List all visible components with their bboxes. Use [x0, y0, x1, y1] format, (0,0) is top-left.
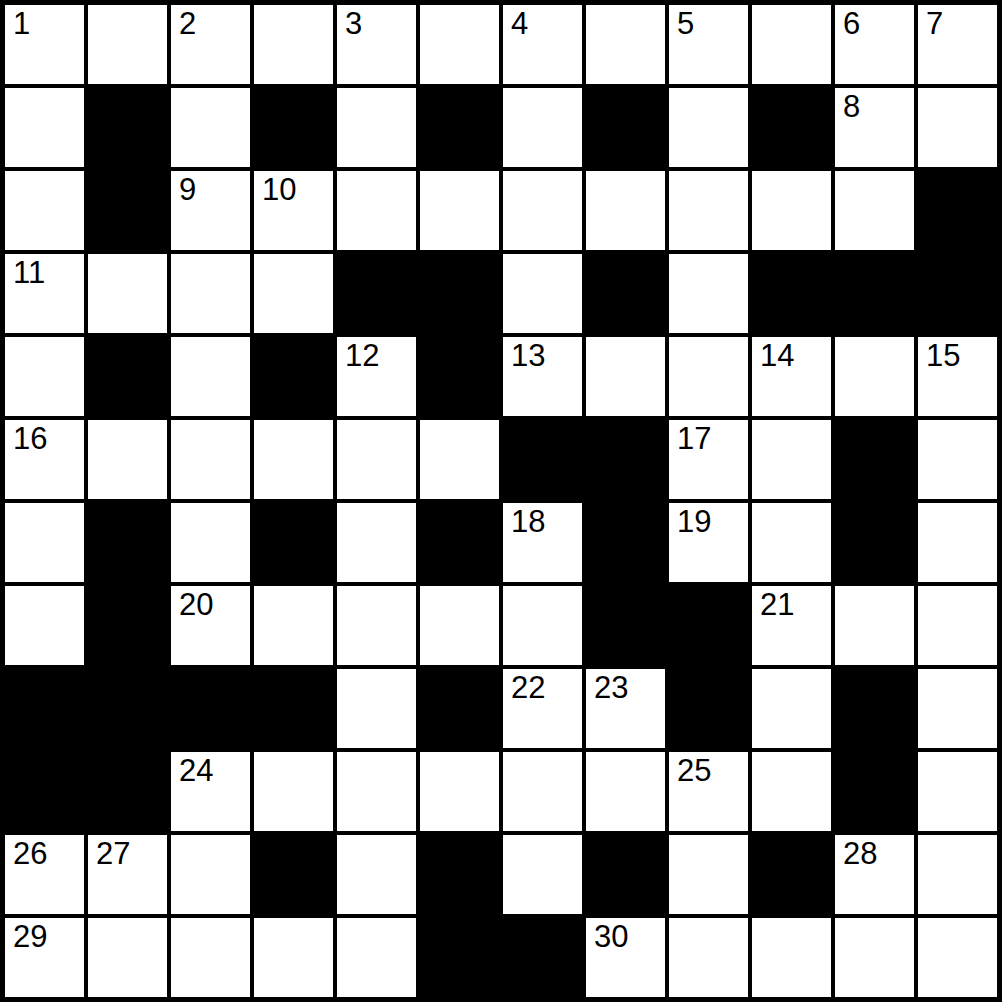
white-cell[interactable]	[5, 503, 84, 582]
white-cell[interactable]	[254, 752, 333, 831]
white-cell[interactable]: 22	[503, 669, 582, 748]
black-cell	[503, 420, 582, 499]
clue-number: 4	[511, 8, 528, 41]
black-cell	[420, 835, 499, 914]
white-cell[interactable]: 29	[5, 918, 84, 997]
white-cell[interactable]	[254, 586, 333, 665]
clue-number: 20	[179, 589, 213, 622]
black-cell	[752, 254, 831, 333]
white-cell[interactable]	[337, 835, 416, 914]
clue-number: 27	[96, 838, 130, 871]
white-cell[interactable]: 3	[337, 5, 416, 84]
black-cell	[586, 254, 665, 333]
white-cell[interactable]: 16	[5, 420, 84, 499]
black-cell	[254, 88, 333, 167]
clue-number: 10	[262, 174, 296, 207]
clue-number: 29	[13, 921, 47, 954]
black-cell	[5, 752, 84, 831]
white-cell[interactable]	[337, 669, 416, 748]
black-cell	[835, 254, 914, 333]
white-cell[interactable]	[420, 752, 499, 831]
white-cell[interactable]	[918, 503, 997, 582]
white-cell[interactable]	[171, 918, 250, 997]
black-cell	[88, 752, 167, 831]
white-cell[interactable]: 24	[171, 752, 250, 831]
black-cell	[835, 420, 914, 499]
white-cell[interactable]	[88, 420, 167, 499]
white-cell[interactable]: 4	[503, 5, 582, 84]
white-cell[interactable]: 8	[835, 88, 914, 167]
black-cell	[586, 835, 665, 914]
white-cell[interactable]: 26	[5, 835, 84, 914]
black-cell	[586, 88, 665, 167]
black-cell	[503, 918, 582, 997]
white-cell[interactable]	[503, 88, 582, 167]
white-cell[interactable]	[88, 5, 167, 84]
white-cell[interactable]	[752, 918, 831, 997]
white-cell[interactable]	[254, 254, 333, 333]
white-cell[interactable]	[669, 835, 748, 914]
white-cell[interactable]	[5, 586, 84, 665]
white-cell[interactable]: 17	[669, 420, 748, 499]
black-cell	[88, 669, 167, 748]
clue-number: 18	[511, 506, 545, 539]
black-cell	[420, 669, 499, 748]
white-cell[interactable]	[171, 835, 250, 914]
white-cell[interactable]	[5, 171, 84, 250]
black-cell	[835, 752, 914, 831]
white-cell[interactable]	[503, 171, 582, 250]
black-cell	[586, 503, 665, 582]
white-cell[interactable]	[5, 88, 84, 167]
clue-number: 24	[179, 755, 213, 788]
black-cell	[669, 669, 748, 748]
clue-number: 13	[511, 340, 545, 373]
black-cell	[420, 503, 499, 582]
white-cell[interactable]	[918, 88, 997, 167]
white-cell[interactable]	[752, 669, 831, 748]
clue-number: 21	[760, 589, 794, 622]
white-cell[interactable]	[254, 918, 333, 997]
white-cell[interactable]	[503, 586, 582, 665]
black-cell	[420, 88, 499, 167]
white-cell[interactable]: 15	[918, 337, 997, 416]
clue-number: 9	[179, 174, 196, 207]
white-cell[interactable]: 21	[752, 586, 831, 665]
black-cell	[420, 337, 499, 416]
white-cell[interactable]	[503, 752, 582, 831]
white-cell[interactable]: 19	[669, 503, 748, 582]
white-cell[interactable]	[835, 918, 914, 997]
white-cell[interactable]	[669, 171, 748, 250]
white-cell[interactable]: 25	[669, 752, 748, 831]
white-cell[interactable]	[503, 835, 582, 914]
clue-number: 5	[677, 8, 694, 41]
clue-number: 15	[926, 340, 960, 373]
white-cell[interactable]: 5	[669, 5, 748, 84]
white-cell[interactable]	[503, 254, 582, 333]
black-cell	[254, 835, 333, 914]
white-cell[interactable]	[171, 254, 250, 333]
white-cell[interactable]	[88, 254, 167, 333]
black-cell	[88, 337, 167, 416]
clue-number: 12	[345, 340, 379, 373]
black-cell	[420, 254, 499, 333]
white-cell[interactable]	[337, 503, 416, 582]
black-cell	[752, 88, 831, 167]
white-cell[interactable]: 2	[171, 5, 250, 84]
white-cell[interactable]: 7	[918, 5, 997, 84]
white-cell[interactable]	[337, 88, 416, 167]
clue-number: 23	[594, 672, 628, 705]
white-cell[interactable]	[88, 918, 167, 997]
black-cell	[88, 503, 167, 582]
white-cell[interactable]: 18	[503, 503, 582, 582]
black-cell	[918, 254, 997, 333]
white-cell[interactable]	[752, 5, 831, 84]
black-cell	[337, 254, 416, 333]
white-cell[interactable]	[752, 503, 831, 582]
clue-number: 14	[760, 340, 794, 373]
clue-number: 17	[677, 423, 711, 456]
crossword-board: 1234567891011121314151617181920212223242…	[0, 0, 1002, 1002]
white-cell[interactable]	[918, 918, 997, 997]
clue-number: 2	[179, 8, 196, 41]
white-cell[interactable]	[669, 918, 748, 997]
white-cell[interactable]: 23	[586, 669, 665, 748]
black-cell	[5, 669, 84, 748]
white-cell[interactable]	[337, 171, 416, 250]
white-cell[interactable]	[254, 5, 333, 84]
white-cell[interactable]	[337, 752, 416, 831]
white-cell[interactable]: 27	[88, 835, 167, 914]
black-cell	[669, 586, 748, 665]
black-cell	[88, 171, 167, 250]
black-cell	[835, 503, 914, 582]
white-cell[interactable]	[586, 171, 665, 250]
white-cell[interactable]: 6	[835, 5, 914, 84]
white-cell[interactable]: 9	[171, 171, 250, 250]
white-cell[interactable]: 12	[337, 337, 416, 416]
clue-number: 16	[13, 423, 47, 456]
clue-number: 8	[843, 91, 860, 124]
white-cell[interactable]	[586, 5, 665, 84]
black-cell	[835, 669, 914, 748]
white-cell[interactable]: 28	[835, 835, 914, 914]
white-cell[interactable]	[835, 171, 914, 250]
clue-number: 11	[13, 257, 45, 290]
black-cell	[586, 420, 665, 499]
clue-number: 22	[511, 672, 545, 705]
white-cell[interactable]	[5, 337, 84, 416]
clue-number: 3	[345, 8, 362, 41]
white-cell[interactable]	[337, 420, 416, 499]
white-cell[interactable]	[171, 88, 250, 167]
black-cell	[420, 918, 499, 997]
white-cell[interactable]: 14	[752, 337, 831, 416]
white-cell[interactable]: 30	[586, 918, 665, 997]
white-cell[interactable]	[918, 669, 997, 748]
white-cell[interactable]	[337, 918, 416, 997]
white-cell[interactable]	[337, 586, 416, 665]
white-cell[interactable]	[752, 752, 831, 831]
white-cell[interactable]: 13	[503, 337, 582, 416]
white-cell[interactable]	[420, 5, 499, 84]
white-cell[interactable]	[254, 420, 333, 499]
clue-number: 25	[677, 755, 711, 788]
black-cell	[918, 171, 997, 250]
white-cell[interactable]	[586, 752, 665, 831]
white-cell[interactable]	[586, 337, 665, 416]
white-cell[interactable]	[918, 586, 997, 665]
clue-number: 6	[843, 8, 860, 41]
white-cell[interactable]: 11	[5, 254, 84, 333]
white-cell[interactable]	[420, 420, 499, 499]
white-cell[interactable]	[752, 420, 831, 499]
clue-number: 28	[843, 838, 877, 871]
white-cell[interactable]	[835, 337, 914, 416]
white-cell[interactable]	[171, 503, 250, 582]
black-cell	[586, 586, 665, 665]
white-cell[interactable]	[669, 88, 748, 167]
clue-number: 26	[13, 838, 47, 871]
white-cell[interactable]	[669, 254, 748, 333]
white-cell[interactable]	[171, 337, 250, 416]
white-cell[interactable]	[669, 337, 748, 416]
white-cell[interactable]	[918, 835, 997, 914]
black-cell	[171, 669, 250, 748]
white-cell[interactable]	[420, 171, 499, 250]
white-cell[interactable]	[835, 586, 914, 665]
black-cell	[254, 337, 333, 416]
clue-number: 1	[13, 8, 30, 41]
white-cell[interactable]: 10	[254, 171, 333, 250]
white-cell[interactable]	[918, 420, 997, 499]
black-cell	[752, 835, 831, 914]
black-cell	[88, 586, 167, 665]
white-cell[interactable]	[752, 171, 831, 250]
black-cell	[254, 669, 333, 748]
clue-number: 19	[677, 506, 711, 539]
white-cell[interactable]	[171, 420, 250, 499]
white-cell[interactable]: 1	[5, 5, 84, 84]
clue-number: 7	[926, 8, 943, 41]
black-cell	[254, 503, 333, 582]
white-cell[interactable]	[420, 586, 499, 665]
white-cell[interactable]	[918, 752, 997, 831]
white-cell[interactable]: 20	[171, 586, 250, 665]
clue-number: 30	[594, 921, 628, 954]
black-cell	[88, 88, 167, 167]
